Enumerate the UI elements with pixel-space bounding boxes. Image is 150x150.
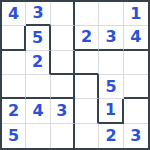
cell-r2c4[interactable]: 2 xyxy=(75,26,99,50)
cell-r6c6[interactable]: 3 xyxy=(124,124,148,148)
cell-r5c6[interactable] xyxy=(124,99,148,123)
cell-r1c5[interactable] xyxy=(99,2,123,26)
cell-r4c4[interactable] xyxy=(75,75,99,99)
given-digit: 3 xyxy=(56,103,67,119)
given-digit: 3 xyxy=(130,128,141,144)
cell-r6c4[interactable] xyxy=(75,124,99,148)
cell-r6c5[interactable]: 2 xyxy=(99,124,123,148)
given-digit: 4 xyxy=(8,6,19,22)
cell-r5c2[interactable]: 4 xyxy=(26,99,50,123)
cell-r6c2[interactable] xyxy=(26,124,50,148)
cell-r1c6[interactable]: 1 xyxy=(124,2,148,26)
given-digit: 3 xyxy=(32,5,43,21)
given-digit: 4 xyxy=(130,29,141,45)
given-digit: 5 xyxy=(32,30,43,46)
cell-r2c2[interactable]: 5 xyxy=(26,26,50,50)
given-digit: 3 xyxy=(105,29,116,45)
cell-r3c4[interactable] xyxy=(75,51,99,75)
cell-r4c5[interactable]: 5 xyxy=(99,75,123,99)
given-digit: 4 xyxy=(32,103,43,119)
jigsaw-sudoku-board: 4315234252431523 xyxy=(0,0,150,150)
given-digit: 1 xyxy=(105,102,116,118)
given-digit: 2 xyxy=(32,54,43,70)
cell-r3c2[interactable]: 2 xyxy=(26,51,50,75)
cell-r4c3[interactable] xyxy=(51,75,75,99)
cell-r2c1[interactable] xyxy=(2,26,26,50)
cell-r4c2[interactable] xyxy=(26,75,50,99)
cell-r6c1[interactable]: 5 xyxy=(2,124,26,148)
cell-r4c1[interactable] xyxy=(2,75,26,99)
cell-r1c2[interactable]: 3 xyxy=(26,2,50,26)
cell-r1c3[interactable] xyxy=(51,2,75,26)
cell-r1c4[interactable] xyxy=(75,2,99,26)
given-digit: 2 xyxy=(81,29,92,45)
cell-r5c3[interactable]: 3 xyxy=(51,99,75,123)
given-digit: 5 xyxy=(105,79,116,95)
given-digit: 1 xyxy=(130,6,141,22)
given-digit: 2 xyxy=(8,103,19,119)
cell-r3c5[interactable] xyxy=(99,51,123,75)
cell-r5c4[interactable] xyxy=(75,99,99,123)
cell-r1c1[interactable]: 4 xyxy=(2,2,26,26)
cell-r3c1[interactable] xyxy=(2,51,26,75)
cell-r3c6[interactable] xyxy=(124,51,148,75)
cell-r2c6[interactable]: 4 xyxy=(124,26,148,50)
cell-r4c6[interactable] xyxy=(124,75,148,99)
cell-r5c5[interactable]: 1 xyxy=(99,99,123,123)
cell-r5c1[interactable]: 2 xyxy=(2,99,26,123)
given-digit: 5 xyxy=(8,128,19,144)
cell-r2c3[interactable] xyxy=(51,26,75,50)
cell-r3c3[interactable] xyxy=(51,51,75,75)
cell-r6c3[interactable] xyxy=(51,124,75,148)
cell-r2c5[interactable]: 3 xyxy=(99,26,123,50)
given-digit: 2 xyxy=(105,128,116,144)
